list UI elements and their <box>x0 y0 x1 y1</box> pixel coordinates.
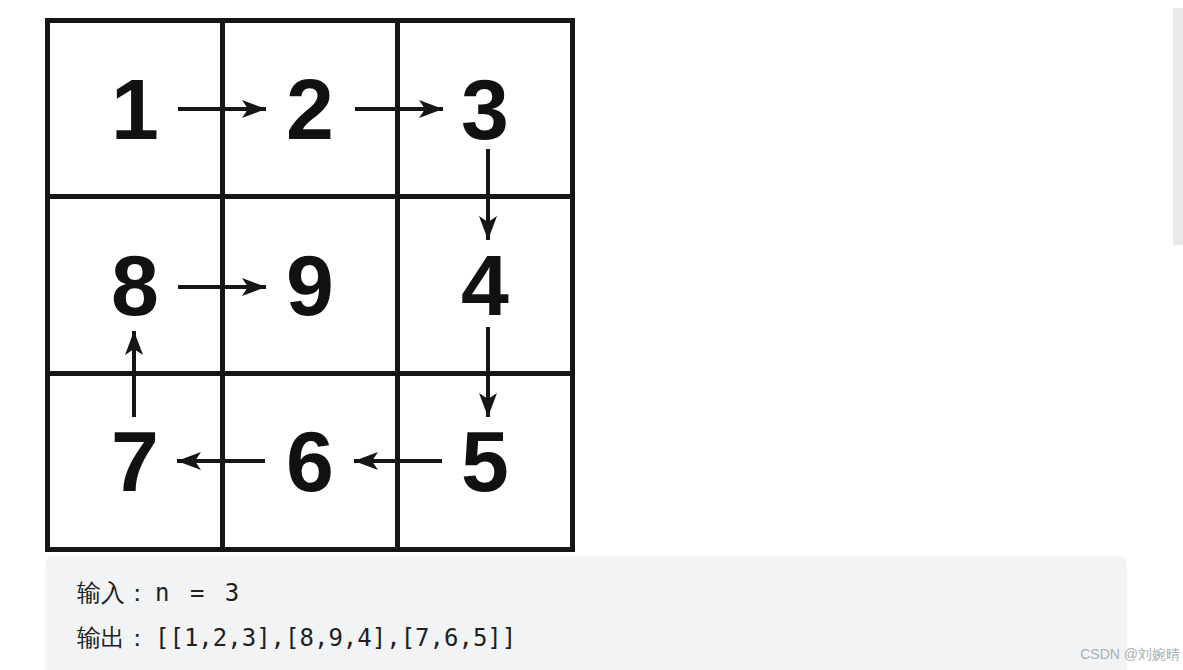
spiral-matrix-board: 1 2 3 8 9 4 7 6 5 <box>45 18 575 552</box>
cell-r2c0: 7 <box>50 376 220 547</box>
cell-r2c1: 6 <box>225 376 395 547</box>
cell-r1c0: 8 <box>50 199 220 370</box>
example-input-line: 输入：n = 3 <box>77 572 1127 617</box>
cell-r1c2: 4 <box>400 199 570 370</box>
example-block: 输入：n = 3 输出：[[1,2,3],[8,9,4],[7,6,5]] <box>45 556 1127 670</box>
watermark: CSDN @刘婉晴 <box>1080 646 1180 664</box>
cell-r1c1: 9 <box>225 199 395 370</box>
cell-r0c0: 1 <box>50 23 220 194</box>
input-value: n = 3 <box>155 579 242 607</box>
grid-3x3: 1 2 3 8 9 4 7 6 5 <box>45 18 575 552</box>
scrollbar-thumb[interactable] <box>1173 8 1183 245</box>
input-label: 输入： <box>77 580 149 606</box>
example-output-line: 输出：[[1,2,3],[8,9,4],[7,6,5]] <box>77 617 1127 662</box>
cell-r0c2: 3 <box>400 23 570 194</box>
output-label: 输出： <box>77 625 149 651</box>
cell-r2c2: 5 <box>400 376 570 547</box>
cell-r0c1: 2 <box>225 23 395 194</box>
output-value: [[1,2,3],[8,9,4],[7,6,5]] <box>155 624 516 652</box>
